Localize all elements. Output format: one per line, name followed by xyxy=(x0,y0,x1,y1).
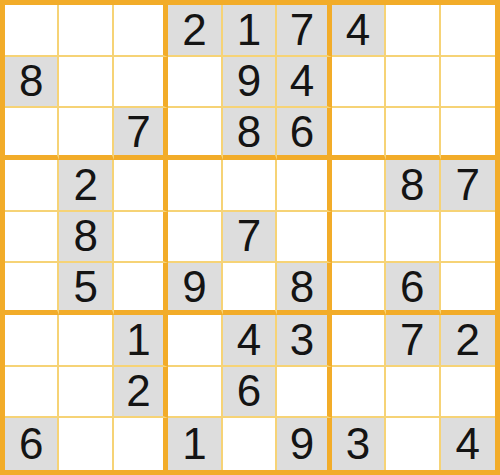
cell-r7c5: 4 xyxy=(223,315,277,367)
cell-r9c4: 1 xyxy=(168,418,222,470)
cell-r2c7[interactable] xyxy=(332,57,386,109)
cell-r7c3: 1 xyxy=(114,315,168,367)
cell-r4c4[interactable] xyxy=(168,160,222,212)
cell-r3c1[interactable] xyxy=(5,108,59,160)
cell-r9c3[interactable] xyxy=(114,418,168,470)
cell-r8c4[interactable] xyxy=(168,367,222,419)
cell-r9c2[interactable] xyxy=(59,418,113,470)
cell-r4c9: 7 xyxy=(441,160,495,212)
cell-r5c1[interactable] xyxy=(5,212,59,264)
cell-r5c4[interactable] xyxy=(168,212,222,264)
cell-r7c4[interactable] xyxy=(168,315,222,367)
cell-r6c9[interactable] xyxy=(441,263,495,315)
cell-r3c5: 8 xyxy=(223,108,277,160)
cell-r4c2: 2 xyxy=(59,160,113,212)
cell-r7c8: 7 xyxy=(386,315,440,367)
cell-r4c3[interactable] xyxy=(114,160,168,212)
cell-r3c8[interactable] xyxy=(386,108,440,160)
cell-r5c8[interactable] xyxy=(386,212,440,264)
cell-r2c8[interactable] xyxy=(386,57,440,109)
cell-r5c3[interactable] xyxy=(114,212,168,264)
cell-r3c7[interactable] xyxy=(332,108,386,160)
cell-r7c7[interactable] xyxy=(332,315,386,367)
cell-r8c2[interactable] xyxy=(59,367,113,419)
cell-r8c3: 2 xyxy=(114,367,168,419)
cell-r8c6[interactable] xyxy=(277,367,331,419)
cell-r8c8[interactable] xyxy=(386,367,440,419)
cell-r5c5: 7 xyxy=(223,212,277,264)
cell-r3c2[interactable] xyxy=(59,108,113,160)
cell-r8c5: 6 xyxy=(223,367,277,419)
cell-r2c1: 8 xyxy=(5,57,59,109)
cell-r2c4[interactable] xyxy=(168,57,222,109)
cell-r1c2[interactable] xyxy=(59,5,113,57)
cell-r5c7[interactable] xyxy=(332,212,386,264)
cell-r9c1: 6 xyxy=(5,418,59,470)
cell-r2c5: 9 xyxy=(223,57,277,109)
cell-r1c6: 7 xyxy=(277,5,331,57)
cell-r4c6[interactable] xyxy=(277,160,331,212)
cell-r2c3[interactable] xyxy=(114,57,168,109)
cell-r4c7[interactable] xyxy=(332,160,386,212)
cell-r3c3: 7 xyxy=(114,108,168,160)
cell-r6c7[interactable] xyxy=(332,263,386,315)
cell-r5c2: 8 xyxy=(59,212,113,264)
cell-r9c8[interactable] xyxy=(386,418,440,470)
cell-r6c8: 6 xyxy=(386,263,440,315)
cell-r4c8: 8 xyxy=(386,160,440,212)
cell-r1c3[interactable] xyxy=(114,5,168,57)
cell-r7c6: 3 xyxy=(277,315,331,367)
cell-r6c2: 5 xyxy=(59,263,113,315)
cell-r1c4: 2 xyxy=(168,5,222,57)
cell-r8c7[interactable] xyxy=(332,367,386,419)
cell-r7c9: 2 xyxy=(441,315,495,367)
cell-r9c7: 3 xyxy=(332,418,386,470)
cell-r6c1[interactable] xyxy=(5,263,59,315)
cell-r6c6: 8 xyxy=(277,263,331,315)
cell-r9c6: 9 xyxy=(277,418,331,470)
cell-r6c3[interactable] xyxy=(114,263,168,315)
cell-r9c9: 4 xyxy=(441,418,495,470)
cell-r2c6: 4 xyxy=(277,57,331,109)
cell-r1c1[interactable] xyxy=(5,5,59,57)
cell-r8c9[interactable] xyxy=(441,367,495,419)
cell-r1c7: 4 xyxy=(332,5,386,57)
cell-r7c2[interactable] xyxy=(59,315,113,367)
cell-r2c9[interactable] xyxy=(441,57,495,109)
cell-r7c1[interactable] xyxy=(5,315,59,367)
cell-r5c9[interactable] xyxy=(441,212,495,264)
cell-r2c2[interactable] xyxy=(59,57,113,109)
cell-r1c5: 1 xyxy=(223,5,277,57)
cell-r8c1[interactable] xyxy=(5,367,59,419)
cell-r3c9[interactable] xyxy=(441,108,495,160)
cell-r4c1[interactable] xyxy=(5,160,59,212)
cell-r1c8[interactable] xyxy=(386,5,440,57)
cell-r1c9[interactable] xyxy=(441,5,495,57)
cell-r5c6[interactable] xyxy=(277,212,331,264)
cell-r3c4[interactable] xyxy=(168,108,222,160)
cell-r3c6: 6 xyxy=(277,108,331,160)
cell-r4c5[interactable] xyxy=(223,160,277,212)
cell-r6c4: 9 xyxy=(168,263,222,315)
sudoku-board: 2174894786287875986143722661934 xyxy=(0,0,500,475)
cell-r9c5[interactable] xyxy=(223,418,277,470)
cell-r6c5[interactable] xyxy=(223,263,277,315)
